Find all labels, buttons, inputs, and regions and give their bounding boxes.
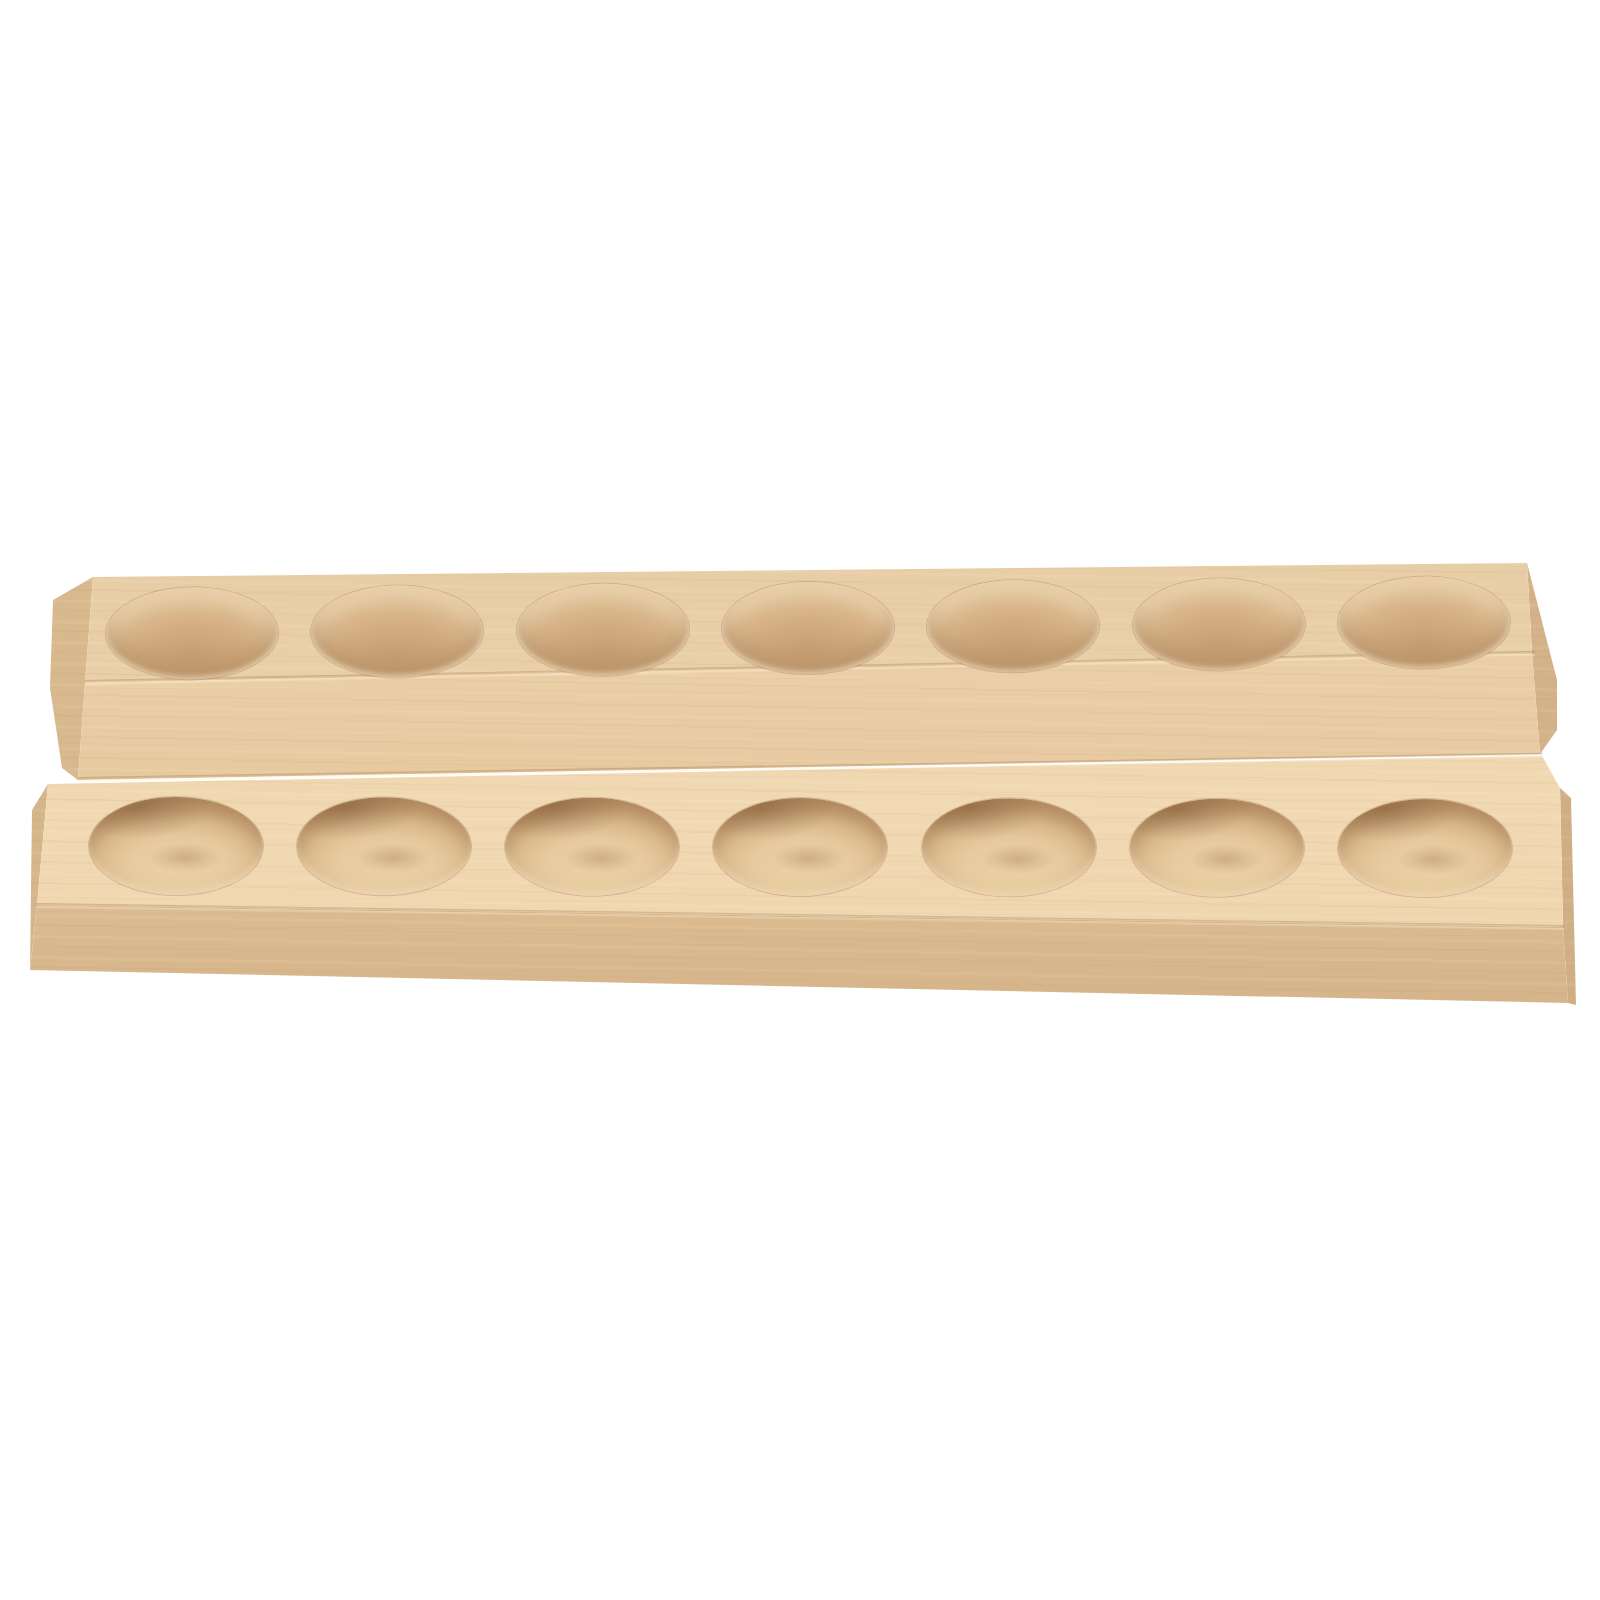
- pit-bottom-3[interactable]: [488, 796, 696, 896]
- pit-bottom-4[interactable]: [696, 797, 904, 897]
- pit-top-2[interactable]: [294, 583, 500, 681]
- pit-grid-bottom: [72, 796, 1529, 899]
- pit-top-4[interactable]: [705, 579, 911, 677]
- pit-hollow: [297, 797, 471, 895]
- pit-hollow: [311, 585, 484, 678]
- pit-hollow: [927, 579, 1100, 672]
- pit-hollow: [516, 583, 689, 676]
- pit-top-1[interactable]: [89, 584, 295, 682]
- pit-hollow: [722, 581, 895, 674]
- pit-bottom-7[interactable]: [1321, 798, 1529, 898]
- pit-bottom-5[interactable]: [904, 797, 1112, 897]
- pit-hollow: [105, 587, 278, 680]
- pit-top-6[interactable]: [1116, 576, 1322, 674]
- pit-bottom-2[interactable]: [280, 796, 488, 896]
- pit-hollow: [1338, 799, 1512, 897]
- pit-bottom-1[interactable]: [72, 796, 280, 896]
- pit-hollow: [922, 798, 1096, 896]
- pit-top-5[interactable]: [910, 577, 1116, 675]
- pit-bottom-6[interactable]: [1113, 798, 1321, 898]
- pit-hollow: [505, 797, 679, 895]
- pit-hollow: [1338, 576, 1511, 669]
- pit-grid-top: [89, 574, 1528, 683]
- pit-hollow: [1132, 578, 1305, 671]
- pit-top-3[interactable]: [499, 581, 705, 679]
- pit-hollow: [89, 797, 263, 895]
- photo-background: { "game": "mancala", "board": { "rows": …: [0, 0, 1600, 1600]
- pit-hollow: [1130, 799, 1304, 897]
- mancala-board: [30, 558, 1578, 1010]
- pit-top-7[interactable]: [1321, 574, 1527, 672]
- pit-hollow: [713, 798, 887, 896]
